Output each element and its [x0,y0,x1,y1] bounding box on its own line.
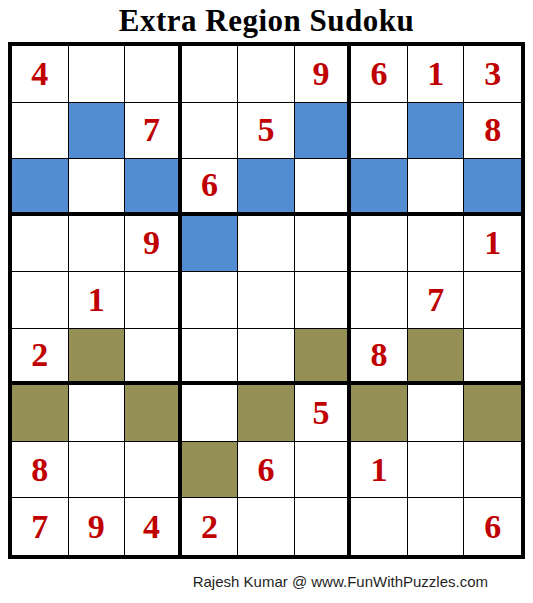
empty-cell-r6c9[interactable] [464,329,521,386]
empty-cell-r9c5[interactable] [238,498,295,555]
empty-cell-r1c5[interactable] [238,46,295,103]
empty-cell-r2c1[interactable] [12,103,69,160]
empty-cell-r3c2[interactable] [69,159,126,216]
empty-cell-r5c6[interactable] [295,272,352,329]
empty-cell-r4c6[interactable] [295,216,352,273]
empty-cell-r4c8[interactable] [408,216,465,273]
empty-cell-r2c8[interactable] [408,103,465,160]
empty-cell-r3c6[interactable] [295,159,352,216]
empty-cell-r7c7[interactable] [351,385,408,442]
empty-cell-r2c2[interactable] [69,103,126,160]
empty-cell-r4c4[interactable] [182,216,239,273]
given-cell-r5c2: 1 [69,272,126,329]
empty-cell-r6c3[interactable] [125,329,182,386]
empty-cell-r5c1[interactable] [12,272,69,329]
empty-cell-r7c5[interactable] [238,385,295,442]
empty-cell-r4c5[interactable] [238,216,295,273]
empty-cell-r4c1[interactable] [12,216,69,273]
given-cell-r9c9: 6 [464,498,521,555]
empty-cell-r3c3[interactable] [125,159,182,216]
given-cell-r8c7: 1 [351,442,408,499]
empty-cell-r2c6[interactable] [295,103,352,160]
empty-cell-r3c5[interactable] [238,159,295,216]
given-cell-r9c1: 7 [12,498,69,555]
empty-cell-r5c7[interactable] [351,272,408,329]
given-cell-r9c2: 9 [69,498,126,555]
empty-cell-r4c2[interactable] [69,216,126,273]
given-cell-r1c1: 4 [12,46,69,103]
empty-cell-r3c7[interactable] [351,159,408,216]
empty-cell-r6c8[interactable] [408,329,465,386]
empty-cell-r3c1[interactable] [12,159,69,216]
given-cell-r8c1: 8 [12,442,69,499]
credit-text: Rajesh Kumar @ www.FunWithPuzzles.com [0,573,533,590]
empty-cell-r7c8[interactable] [408,385,465,442]
empty-cell-r6c2[interactable] [69,329,126,386]
empty-cell-r3c9[interactable] [464,159,521,216]
given-cell-r1c8: 1 [408,46,465,103]
empty-cell-r1c4[interactable] [182,46,239,103]
empty-cell-r8c6[interactable] [295,442,352,499]
empty-cell-r7c4[interactable] [182,385,239,442]
given-cell-r3c4: 6 [182,159,239,216]
empty-cell-r4c7[interactable] [351,216,408,273]
empty-cell-r1c3[interactable] [125,46,182,103]
puzzle-page: Extra Region Sudoku 49613758691172858617… [0,0,533,603]
empty-cell-r6c4[interactable] [182,329,239,386]
given-cell-r8c5: 6 [238,442,295,499]
empty-cell-r6c6[interactable] [295,329,352,386]
sudoku-grid: 496137586911728586179426 [8,42,525,559]
empty-cell-r5c9[interactable] [464,272,521,329]
given-cell-r1c7: 6 [351,46,408,103]
empty-cell-r5c5[interactable] [238,272,295,329]
empty-cell-r2c4[interactable] [182,103,239,160]
given-cell-r9c4: 2 [182,498,239,555]
empty-cell-r8c4[interactable] [182,442,239,499]
given-cell-r6c7: 8 [351,329,408,386]
given-cell-r1c9: 3 [464,46,521,103]
given-cell-r2c5: 5 [238,103,295,160]
empty-cell-r8c9[interactable] [464,442,521,499]
given-cell-r1c6: 9 [295,46,352,103]
given-cell-r5c8: 7 [408,272,465,329]
empty-cell-r3c8[interactable] [408,159,465,216]
empty-cell-r6c5[interactable] [238,329,295,386]
empty-cell-r9c7[interactable] [351,498,408,555]
empty-cell-r9c6[interactable] [295,498,352,555]
empty-cell-r8c3[interactable] [125,442,182,499]
given-cell-r4c3: 9 [125,216,182,273]
empty-cell-r7c2[interactable] [69,385,126,442]
given-cell-r4c9: 1 [464,216,521,273]
empty-cell-r7c3[interactable] [125,385,182,442]
given-cell-r2c3: 7 [125,103,182,160]
empty-cell-r5c4[interactable] [182,272,239,329]
empty-cell-r1c2[interactable] [69,46,126,103]
page-title: Extra Region Sudoku [0,0,533,42]
empty-cell-r9c8[interactable] [408,498,465,555]
given-cell-r6c1: 2 [12,329,69,386]
empty-cell-r5c3[interactable] [125,272,182,329]
given-cell-r2c9: 8 [464,103,521,160]
empty-cell-r8c2[interactable] [69,442,126,499]
given-cell-r7c6: 5 [295,385,352,442]
empty-cell-r8c8[interactable] [408,442,465,499]
empty-cell-r7c9[interactable] [464,385,521,442]
empty-cell-r7c1[interactable] [12,385,69,442]
empty-cell-r2c7[interactable] [351,103,408,160]
given-cell-r9c3: 4 [125,498,182,555]
